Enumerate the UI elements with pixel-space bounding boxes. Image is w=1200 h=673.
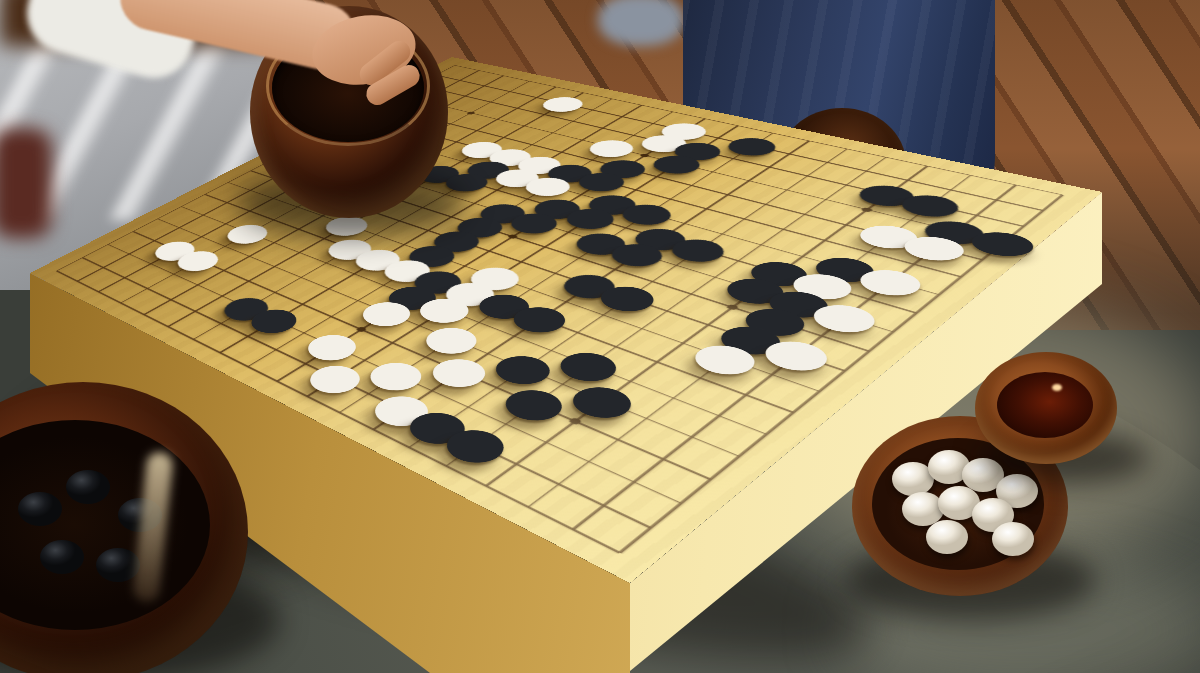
captured-white-stone bbox=[992, 522, 1034, 556]
tea-liquid bbox=[997, 372, 1093, 438]
black-stone-in-bowl bbox=[18, 492, 62, 526]
black-stone-in-bowl bbox=[96, 548, 140, 582]
blurred-red-chair bbox=[0, 128, 52, 238]
blurred-background-object bbox=[598, 0, 684, 46]
tea-glint bbox=[1052, 384, 1062, 391]
black-stone-in-bowl bbox=[40, 540, 84, 574]
go-game-photo: ●●●●●●●●●●●●●●●●●●●●●●●●●●●●●●●●●●●●●●●●… bbox=[0, 0, 1200, 673]
black-stone-in-bowl bbox=[66, 470, 110, 504]
captured-white-stone bbox=[926, 520, 968, 554]
